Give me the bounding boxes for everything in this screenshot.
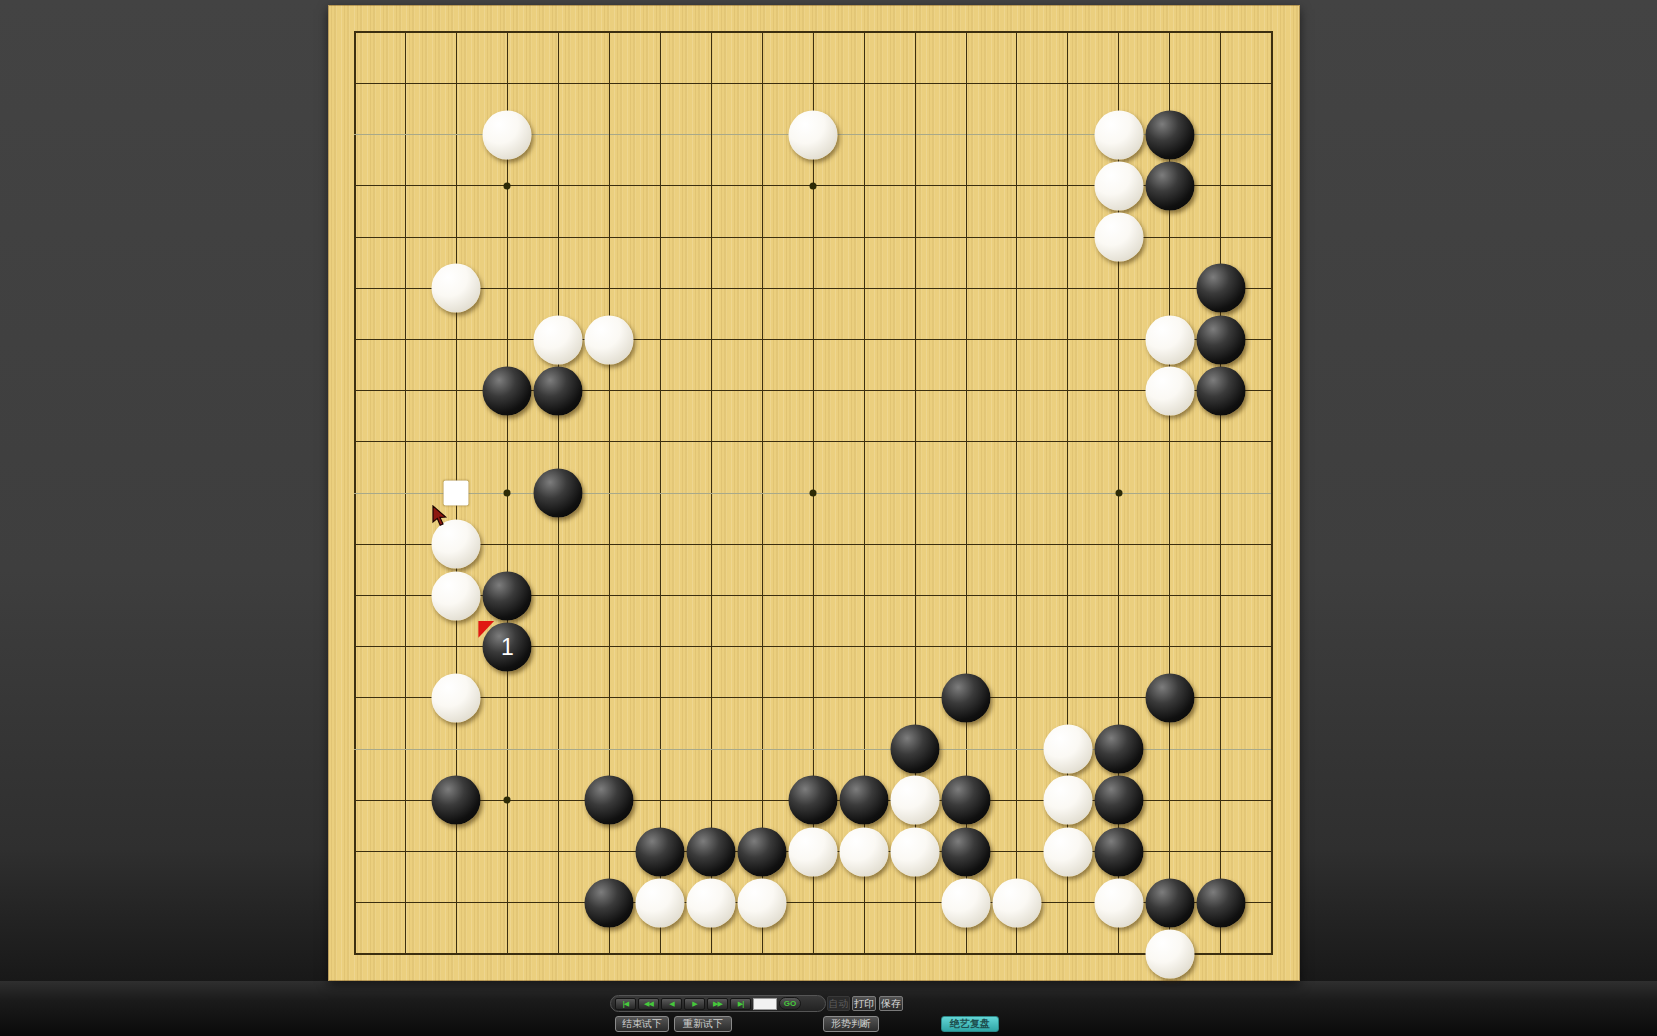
black-stone <box>1094 827 1143 876</box>
grid-line-horizontal <box>354 953 1273 955</box>
white-stone <box>1094 213 1143 262</box>
black-stone <box>738 827 787 876</box>
black-stone <box>534 366 583 415</box>
white-stone <box>789 827 838 876</box>
hoshi-point <box>810 490 817 497</box>
hoshi-point <box>504 490 511 497</box>
grid-line-vertical <box>1016 31 1017 955</box>
retry-trial-button[interactable]: 重新试下 <box>674 1016 732 1032</box>
black-stone <box>1094 776 1143 825</box>
go-board[interactable]: 1 <box>328 5 1300 981</box>
white-stone <box>1043 827 1092 876</box>
move-number-input[interactable] <box>753 998 777 1010</box>
move-number-label: 1 <box>501 635 514 658</box>
white-stone <box>1145 929 1194 978</box>
white-stone <box>534 315 583 364</box>
white-stone <box>738 878 787 927</box>
grid-line-vertical <box>1271 31 1273 955</box>
white-stone <box>432 571 481 620</box>
black-stone <box>1196 366 1245 415</box>
black-stone <box>1145 161 1194 210</box>
ai-review-button[interactable]: 绝艺复盘 <box>941 1016 999 1032</box>
white-stone <box>483 110 532 159</box>
hoshi-point <box>1115 490 1122 497</box>
square-marker <box>444 481 469 506</box>
white-stone <box>942 878 991 927</box>
nav-prev-button[interactable]: ◀ <box>661 998 682 1010</box>
nav-next-button[interactable]: ▶ <box>684 998 705 1010</box>
white-stone <box>1043 725 1092 774</box>
black-stone <box>534 469 583 518</box>
black-stone <box>1196 315 1245 364</box>
black-stone: 1 <box>483 622 532 671</box>
nav-rewind-button[interactable]: ◀◀ <box>638 998 659 1010</box>
white-stone <box>432 264 481 313</box>
black-stone <box>1196 264 1245 313</box>
white-stone <box>1145 366 1194 415</box>
black-stone <box>1094 725 1143 774</box>
white-stone <box>1145 315 1194 364</box>
white-stone <box>1094 161 1143 210</box>
black-stone <box>891 725 940 774</box>
white-stone <box>789 110 838 159</box>
end-trial-button[interactable]: 结束试下 <box>615 1016 669 1032</box>
black-stone <box>687 827 736 876</box>
hoshi-point <box>810 182 817 189</box>
white-stone <box>636 878 685 927</box>
grid-line-vertical <box>1220 31 1221 955</box>
black-stone <box>1145 110 1194 159</box>
go-button[interactable]: GO <box>779 997 801 1010</box>
print-button[interactable]: 打印 <box>852 996 876 1011</box>
black-stone <box>1145 878 1194 927</box>
black-stone <box>636 827 685 876</box>
nav-last-button[interactable]: ▶| <box>730 998 751 1010</box>
white-stone <box>585 315 634 364</box>
black-stone <box>942 827 991 876</box>
white-stone <box>840 827 889 876</box>
black-stone <box>585 776 634 825</box>
white-stone <box>992 878 1041 927</box>
white-stone <box>687 878 736 927</box>
black-stone <box>1145 673 1194 722</box>
black-stone <box>1196 878 1245 927</box>
hoshi-point <box>504 182 511 189</box>
grid-line-horizontal <box>354 697 1273 698</box>
move-navigation-bar: |◀ ◀◀ ◀ ▶ ▶▶ ▶| GO <box>610 995 826 1012</box>
mouse-cursor-icon <box>431 505 448 528</box>
black-stone <box>432 776 481 825</box>
white-stone <box>891 827 940 876</box>
nav-first-button[interactable]: |◀ <box>615 998 636 1010</box>
save-button[interactable]: 保存 <box>879 996 903 1011</box>
hoshi-point <box>504 797 511 804</box>
black-stone <box>585 878 634 927</box>
white-stone <box>1043 776 1092 825</box>
black-stone <box>789 776 838 825</box>
black-stone <box>840 776 889 825</box>
black-stone <box>483 366 532 415</box>
black-stone <box>942 776 991 825</box>
black-stone <box>942 673 991 722</box>
auto-button[interactable]: 自动 <box>827 996 850 1011</box>
white-stone <box>1094 110 1143 159</box>
black-stone <box>483 571 532 620</box>
app-stage: 1 |◀ ◀◀ ◀ ▶ ▶▶ ▶| GO 自动 打印 保存 结束试下 重新试下 … <box>0 0 1657 1036</box>
nav-forward-button[interactable]: ▶▶ <box>707 998 728 1010</box>
white-stone <box>891 776 940 825</box>
white-stone <box>1094 878 1143 927</box>
position-judge-button[interactable]: 形势判断 <box>823 1016 879 1032</box>
grid-line-horizontal <box>354 544 1273 545</box>
white-stone <box>432 673 481 722</box>
